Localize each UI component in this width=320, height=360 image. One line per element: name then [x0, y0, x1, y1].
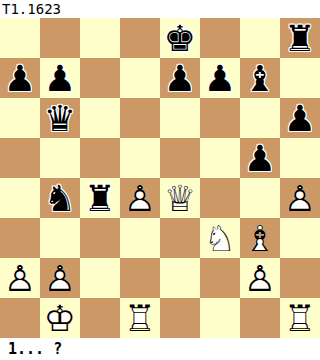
piece-black-bishop[interactable]: ♝ [240, 58, 280, 98]
square-d2[interactable] [120, 258, 160, 298]
piece-white-knight-outline: ♘ [200, 218, 240, 258]
piece-white-pawn[interactable]: ♟ [280, 178, 320, 218]
square-h5[interactable] [280, 138, 320, 178]
square-h8[interactable]: ♜ [280, 18, 320, 58]
piece-black-rook[interactable]: ♜ [80, 178, 120, 218]
square-g3[interactable]: ♝♗ [240, 218, 280, 258]
square-g4[interactable] [240, 178, 280, 218]
square-c6[interactable] [80, 98, 120, 138]
piece-black-knight[interactable]: ♞ [40, 178, 80, 218]
square-d5[interactable] [120, 138, 160, 178]
square-c5[interactable] [80, 138, 120, 178]
piece-white-pawn-outline: ♙ [40, 258, 80, 298]
puzzle-id: T1.1623 [2, 0, 61, 18]
piece-white-pawn[interactable]: ♟ [40, 258, 80, 298]
move-prompt: 1... ? [8, 338, 62, 360]
square-f6[interactable] [200, 98, 240, 138]
square-g5[interactable]: ♟ [240, 138, 280, 178]
piece-white-pawn[interactable]: ♟ [120, 178, 160, 218]
square-f3[interactable]: ♞♘ [200, 218, 240, 258]
piece-white-rook-outline: ♖ [280, 298, 320, 338]
square-b6[interactable]: ♛ [40, 98, 80, 138]
square-a8[interactable] [0, 18, 40, 58]
square-h7[interactable] [280, 58, 320, 98]
square-a1[interactable] [0, 298, 40, 338]
square-b7[interactable]: ♟ [40, 58, 80, 98]
square-e7[interactable]: ♟ [160, 58, 200, 98]
square-g2[interactable]: ♟♙ [240, 258, 280, 298]
square-f2[interactable] [200, 258, 240, 298]
piece-white-queen[interactable]: ♛ [160, 178, 200, 218]
piece-white-rook[interactable]: ♜ [280, 298, 320, 338]
square-d8[interactable] [120, 18, 160, 58]
piece-white-pawn[interactable]: ♟ [0, 258, 40, 298]
square-f1[interactable] [200, 298, 240, 338]
square-a7[interactable]: ♟ [0, 58, 40, 98]
square-f4[interactable] [200, 178, 240, 218]
square-b4[interactable]: ♞ [40, 178, 80, 218]
square-h4[interactable]: ♟♙ [280, 178, 320, 218]
piece-white-king[interactable]: ♚ [40, 298, 80, 338]
square-h1[interactable]: ♜♖ [280, 298, 320, 338]
square-b5[interactable] [40, 138, 80, 178]
square-g6[interactable] [240, 98, 280, 138]
piece-white-bishop[interactable]: ♝ [240, 218, 280, 258]
square-d7[interactable] [120, 58, 160, 98]
square-e5[interactable] [160, 138, 200, 178]
square-c1[interactable] [80, 298, 120, 338]
piece-white-pawn-outline: ♙ [120, 178, 160, 218]
piece-black-pawn[interactable]: ♟ [240, 138, 280, 178]
piece-black-pawn[interactable]: ♟ [0, 58, 40, 98]
square-d3[interactable] [120, 218, 160, 258]
piece-black-pawn[interactable]: ♟ [280, 98, 320, 138]
square-e1[interactable] [160, 298, 200, 338]
square-a3[interactable] [0, 218, 40, 258]
square-b2[interactable]: ♟♙ [40, 258, 80, 298]
square-c7[interactable] [80, 58, 120, 98]
piece-black-king[interactable]: ♚ [160, 18, 200, 58]
square-f5[interactable] [200, 138, 240, 178]
piece-white-pawn-outline: ♙ [240, 258, 280, 298]
square-e2[interactable] [160, 258, 200, 298]
square-g8[interactable] [240, 18, 280, 58]
square-c3[interactable] [80, 218, 120, 258]
square-h6[interactable]: ♟ [280, 98, 320, 138]
square-e4[interactable]: ♛♕ [160, 178, 200, 218]
piece-white-rook[interactable]: ♜ [120, 298, 160, 338]
piece-black-pawn[interactable]: ♟ [160, 58, 200, 98]
square-e3[interactable] [160, 218, 200, 258]
square-c4[interactable]: ♜ [80, 178, 120, 218]
piece-black-rook[interactable]: ♜ [280, 18, 320, 58]
piece-white-bishop-outline: ♗ [240, 218, 280, 258]
piece-black-pawn[interactable]: ♟ [40, 58, 80, 98]
piece-white-knight[interactable]: ♞ [200, 218, 240, 258]
piece-white-rook-outline: ♖ [120, 298, 160, 338]
square-b3[interactable] [40, 218, 80, 258]
square-a5[interactable] [0, 138, 40, 178]
square-a2[interactable]: ♟♙ [0, 258, 40, 298]
square-d6[interactable] [120, 98, 160, 138]
square-a4[interactable] [0, 178, 40, 218]
square-e8[interactable]: ♚ [160, 18, 200, 58]
square-f7[interactable]: ♟ [200, 58, 240, 98]
square-h2[interactable] [280, 258, 320, 298]
piece-white-pawn[interactable]: ♟ [240, 258, 280, 298]
square-h3[interactable] [280, 218, 320, 258]
chess-board: ♚♜♟♟♟♟♝♛♟♟♞♜♟♙♛♕♟♙♞♘♝♗♟♙♟♙♟♙♚♔♜♖♜♖ [0, 18, 320, 338]
square-g7[interactable]: ♝ [240, 58, 280, 98]
piece-white-queen-outline: ♕ [160, 178, 200, 218]
square-d4[interactable]: ♟♙ [120, 178, 160, 218]
square-f8[interactable] [200, 18, 240, 58]
piece-white-pawn-outline: ♙ [0, 258, 40, 298]
square-b8[interactable] [40, 18, 80, 58]
square-c8[interactable] [80, 18, 120, 58]
piece-black-pawn[interactable]: ♟ [200, 58, 240, 98]
square-d1[interactable]: ♜♖ [120, 298, 160, 338]
square-c2[interactable] [80, 258, 120, 298]
piece-white-pawn-outline: ♙ [280, 178, 320, 218]
square-g1[interactable] [240, 298, 280, 338]
piece-black-queen[interactable]: ♛ [40, 98, 80, 138]
piece-white-king-outline: ♔ [40, 298, 80, 338]
square-a6[interactable] [0, 98, 40, 138]
square-b1[interactable]: ♚♔ [40, 298, 80, 338]
square-e6[interactable] [160, 98, 200, 138]
